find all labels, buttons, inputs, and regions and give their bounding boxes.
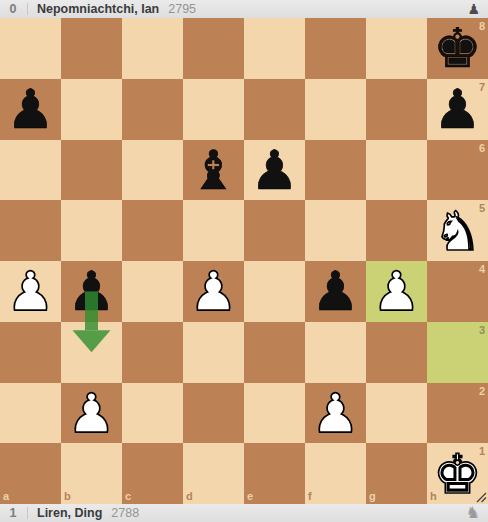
file-label-c: c: [125, 491, 131, 502]
file-label-e: e: [247, 491, 253, 502]
square-c2[interactable]: [122, 383, 183, 444]
white-pawn-g4[interactable]: ♟: [372, 265, 420, 319]
square-b8[interactable]: [61, 18, 122, 79]
rank-label-4: 4: [479, 264, 485, 275]
square-a2[interactable]: [0, 383, 61, 444]
top-player-score: 0: [8, 2, 18, 16]
square-c4[interactable]: [122, 261, 183, 322]
square-c1[interactable]: c: [122, 443, 183, 504]
square-a8[interactable]: [0, 18, 61, 79]
file-label-b: b: [64, 491, 71, 502]
square-e3[interactable]: [244, 322, 305, 383]
file-label-d: d: [186, 491, 193, 502]
square-g3[interactable]: [366, 322, 427, 383]
square-d8[interactable]: [183, 18, 244, 79]
bottom-player-score: 1: [8, 506, 18, 520]
black-king-h8[interactable]: ♚: [433, 22, 481, 76]
square-g6[interactable]: [366, 140, 427, 201]
knight-icon: ♞: [466, 505, 480, 521]
bottom-player-bar: 1 Liren, Ding 2788 ♞: [0, 504, 488, 522]
file-label-a: a: [3, 491, 9, 502]
square-h6[interactable]: 6: [427, 140, 488, 201]
board-resize-handle[interactable]: [476, 492, 487, 503]
square-h5[interactable]: ♞5: [427, 200, 488, 261]
bottom-player-rating: 2788: [111, 506, 139, 520]
square-f1[interactable]: f: [305, 443, 366, 504]
square-h4[interactable]: 4: [427, 261, 488, 322]
square-b7[interactable]: [61, 79, 122, 140]
white-knight-h5[interactable]: ♞: [433, 205, 481, 259]
white-pawn-a4[interactable]: ♟: [6, 265, 54, 319]
bottom-player-name: Liren, Ding: [37, 506, 102, 520]
square-d2[interactable]: [183, 383, 244, 444]
chess-app: 0 Nepomniachtchi, Ian 2795 ♟ ♚8♟♟7♝♟6♞5♟…: [0, 0, 488, 522]
square-g2[interactable]: [366, 383, 427, 444]
square-c6[interactable]: [122, 140, 183, 201]
square-g4[interactable]: ♟: [366, 261, 427, 322]
bar-separator: [27, 507, 28, 519]
square-b5[interactable]: [61, 200, 122, 261]
square-e5[interactable]: [244, 200, 305, 261]
square-b6[interactable]: [61, 140, 122, 201]
black-pawn-e6[interactable]: ♟: [250, 144, 298, 198]
white-pawn-b2[interactable]: ♟: [67, 387, 115, 441]
square-f6[interactable]: [305, 140, 366, 201]
board-area: ♚8♟♟7♝♟6♞5♟♟♟♟♟43♟♟2abcdefg♚1h: [0, 18, 488, 504]
pawn-icon: ♟: [467, 2, 480, 16]
rank-label-2: 2: [479, 386, 485, 397]
square-h3[interactable]: 3: [427, 322, 488, 383]
square-e1[interactable]: e: [244, 443, 305, 504]
square-f4[interactable]: ♟: [305, 261, 366, 322]
square-h7[interactable]: ♟7: [427, 79, 488, 140]
square-b4[interactable]: ♟: [61, 261, 122, 322]
file-label-f: f: [308, 491, 312, 502]
square-d6[interactable]: ♝: [183, 140, 244, 201]
square-g7[interactable]: [366, 79, 427, 140]
square-a7[interactable]: ♟: [0, 79, 61, 140]
square-a6[interactable]: [0, 140, 61, 201]
black-pawn-f4[interactable]: ♟: [311, 265, 359, 319]
black-pawn-a7[interactable]: ♟: [6, 83, 54, 137]
square-d5[interactable]: [183, 200, 244, 261]
square-e2[interactable]: [244, 383, 305, 444]
square-g5[interactable]: [366, 200, 427, 261]
square-f5[interactable]: [305, 200, 366, 261]
white-pawn-d4[interactable]: ♟: [189, 265, 237, 319]
black-pawn-h7[interactable]: ♟: [433, 83, 481, 137]
square-f2[interactable]: ♟: [305, 383, 366, 444]
white-pawn-f2[interactable]: ♟: [311, 387, 359, 441]
square-d7[interactable]: [183, 79, 244, 140]
square-f8[interactable]: [305, 18, 366, 79]
square-c5[interactable]: [122, 200, 183, 261]
white-king-h1[interactable]: ♚: [433, 448, 481, 502]
square-c8[interactable]: [122, 18, 183, 79]
bar-separator: [27, 3, 28, 15]
square-d3[interactable]: [183, 322, 244, 383]
rank-label-6: 6: [479, 143, 485, 154]
square-a1[interactable]: a: [0, 443, 61, 504]
square-e6[interactable]: ♟: [244, 140, 305, 201]
square-b1[interactable]: b: [61, 443, 122, 504]
square-f7[interactable]: [305, 79, 366, 140]
square-a5[interactable]: [0, 200, 61, 261]
black-pawn-b4[interactable]: ♟: [67, 265, 115, 319]
square-g1[interactable]: g: [366, 443, 427, 504]
square-a3[interactable]: [0, 322, 61, 383]
square-c7[interactable]: [122, 79, 183, 140]
top-player-bar: 0 Nepomniachtchi, Ian 2795 ♟: [0, 0, 488, 18]
square-d1[interactable]: d: [183, 443, 244, 504]
file-label-g: g: [369, 491, 376, 502]
square-h2[interactable]: 2: [427, 383, 488, 444]
square-h8[interactable]: ♚8: [427, 18, 488, 79]
square-e8[interactable]: [244, 18, 305, 79]
chess-board: ♚8♟♟7♝♟6♞5♟♟♟♟♟43♟♟2abcdefg♚1h: [0, 18, 488, 504]
square-b2[interactable]: ♟: [61, 383, 122, 444]
square-d4[interactable]: ♟: [183, 261, 244, 322]
square-e4[interactable]: [244, 261, 305, 322]
square-e7[interactable]: [244, 79, 305, 140]
square-a4[interactable]: ♟: [0, 261, 61, 322]
black-bishop-d6[interactable]: ♝: [189, 144, 237, 198]
top-player-rating: 2795: [168, 2, 196, 16]
square-f3[interactable]: [305, 322, 366, 383]
rank-label-3: 3: [479, 325, 485, 336]
square-c3[interactable]: [122, 322, 183, 383]
square-b3[interactable]: [61, 322, 122, 383]
square-g8[interactable]: [366, 18, 427, 79]
top-player-name: Nepomniachtchi, Ian: [37, 2, 159, 16]
